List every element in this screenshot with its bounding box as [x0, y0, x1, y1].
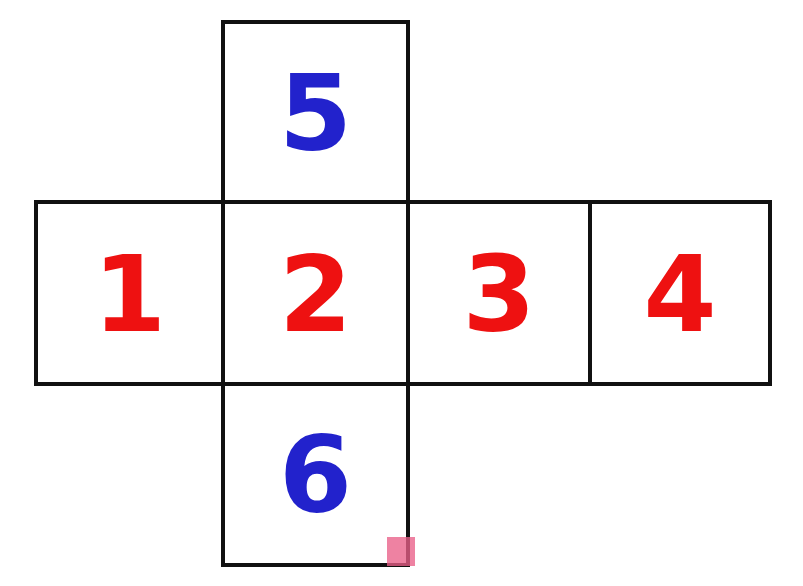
face-1-number: 1 [93, 243, 166, 348]
face-6[interactable]: 6 [221, 382, 410, 567]
face-6-number: 6 [279, 424, 352, 529]
pink-highlight-marker [387, 537, 415, 566]
face-5[interactable]: 5 [221, 20, 410, 204]
face-3[interactable]: 3 [406, 200, 592, 386]
face-3-number: 3 [462, 243, 535, 348]
face-4-number: 4 [643, 243, 716, 348]
face-2-number: 2 [279, 243, 352, 348]
face-2[interactable]: 2 [221, 200, 410, 386]
face-5-number: 5 [279, 62, 352, 167]
cube-net-diagram: 5 1 2 3 4 6 [0, 0, 803, 586]
face-1[interactable]: 1 [34, 200, 225, 386]
face-4[interactable]: 4 [588, 200, 772, 386]
